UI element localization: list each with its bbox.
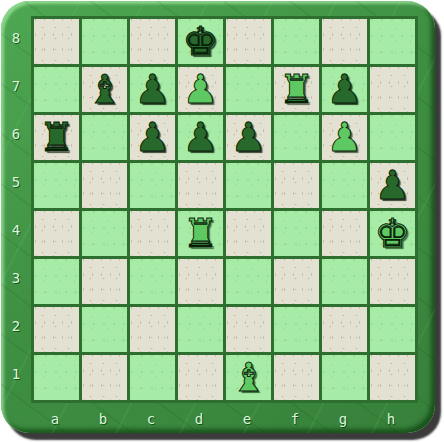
- file-label-g: g: [319, 403, 367, 435]
- square-d1[interactable]: [178, 355, 223, 400]
- square-d7[interactable]: ♟: [178, 67, 223, 112]
- board-frame: ♚♝♟♟♜♟♜♟♟♟♟♟♜♚♝ 87654321 abcdefgh: [1, 1, 435, 433]
- square-d5[interactable]: [178, 163, 223, 208]
- rank-label-3: 3: [1, 255, 31, 303]
- piece-black-pawn[interactable]: ♟: [135, 115, 171, 160]
- square-a5[interactable]: [34, 163, 79, 208]
- square-h3[interactable]: [370, 259, 415, 304]
- square-g2[interactable]: [322, 307, 367, 352]
- square-c5[interactable]: [130, 163, 175, 208]
- square-f3[interactable]: [274, 259, 319, 304]
- square-b5[interactable]: [82, 163, 127, 208]
- piece-black-rook[interactable]: ♜: [39, 115, 75, 160]
- square-e7[interactable]: [226, 67, 271, 112]
- rank-label-6: 6: [1, 111, 31, 159]
- rank-label-5: 5: [1, 159, 31, 207]
- square-f1[interactable]: [274, 355, 319, 400]
- piece-white-rook[interactable]: ♜: [279, 67, 315, 112]
- piece-black-bishop[interactable]: ♝: [87, 67, 123, 112]
- square-g4[interactable]: [322, 211, 367, 256]
- square-a4[interactable]: [34, 211, 79, 256]
- square-e5[interactable]: [226, 163, 271, 208]
- square-g5[interactable]: [322, 163, 367, 208]
- piece-black-pawn[interactable]: ♟: [183, 115, 219, 160]
- square-f7[interactable]: ♜: [274, 67, 319, 112]
- square-g7[interactable]: ♟: [322, 67, 367, 112]
- square-h1[interactable]: [370, 355, 415, 400]
- file-label-b: b: [79, 403, 127, 435]
- file-label-e: e: [223, 403, 271, 435]
- square-c4[interactable]: [130, 211, 175, 256]
- square-b3[interactable]: [82, 259, 127, 304]
- square-f2[interactable]: [274, 307, 319, 352]
- square-e2[interactable]: [226, 307, 271, 352]
- piece-white-pawn[interactable]: ♟: [183, 67, 219, 112]
- square-a1[interactable]: [34, 355, 79, 400]
- square-f8[interactable]: [274, 19, 319, 64]
- square-c6[interactable]: ♟: [130, 115, 175, 160]
- square-f4[interactable]: [274, 211, 319, 256]
- square-b6[interactable]: [82, 115, 127, 160]
- rank-label-4: 4: [1, 207, 31, 255]
- square-h8[interactable]: [370, 19, 415, 64]
- piece-black-pawn[interactable]: ♟: [135, 67, 171, 112]
- file-label-a: a: [31, 403, 79, 435]
- piece-black-king[interactable]: ♚: [183, 19, 219, 64]
- square-c1[interactable]: [130, 355, 175, 400]
- square-e3[interactable]: [226, 259, 271, 304]
- rank-label-1: 1: [1, 351, 31, 399]
- square-f6[interactable]: [274, 115, 319, 160]
- square-g3[interactable]: [322, 259, 367, 304]
- square-h2[interactable]: [370, 307, 415, 352]
- piece-black-pawn[interactable]: ♟: [231, 115, 267, 160]
- square-b2[interactable]: [82, 307, 127, 352]
- square-h5[interactable]: ♟: [370, 163, 415, 208]
- file-label-h: h: [367, 403, 415, 435]
- square-e4[interactable]: [226, 211, 271, 256]
- rank-label-7: 7: [1, 63, 31, 111]
- square-b1[interactable]: [82, 355, 127, 400]
- square-b8[interactable]: [82, 19, 127, 64]
- square-a7[interactable]: [34, 67, 79, 112]
- square-a6[interactable]: ♜: [34, 115, 79, 160]
- square-g8[interactable]: [322, 19, 367, 64]
- chess-app-window: ♚♝♟♟♜♟♜♟♟♟♟♟♜♚♝ 87654321 abcdefgh: [0, 0, 444, 442]
- rank-label-8: 8: [1, 15, 31, 63]
- square-f5[interactable]: [274, 163, 319, 208]
- piece-black-pawn[interactable]: ♟: [375, 163, 411, 208]
- piece-white-pawn[interactable]: ♟: [327, 115, 363, 160]
- square-c3[interactable]: [130, 259, 175, 304]
- square-a2[interactable]: [34, 307, 79, 352]
- square-g6[interactable]: ♟: [322, 115, 367, 160]
- square-b7[interactable]: ♝: [82, 67, 127, 112]
- square-c7[interactable]: ♟: [130, 67, 175, 112]
- square-e6[interactable]: ♟: [226, 115, 271, 160]
- square-e1[interactable]: ♝: [226, 355, 271, 400]
- piece-white-bishop[interactable]: ♝: [231, 355, 267, 400]
- square-c8[interactable]: [130, 19, 175, 64]
- file-label-c: c: [127, 403, 175, 435]
- square-a8[interactable]: [34, 19, 79, 64]
- square-e8[interactable]: [226, 19, 271, 64]
- square-d3[interactable]: [178, 259, 223, 304]
- rank-label-2: 2: [1, 303, 31, 351]
- square-g1[interactable]: [322, 355, 367, 400]
- square-d8[interactable]: ♚: [178, 19, 223, 64]
- piece-white-king[interactable]: ♚: [375, 211, 411, 256]
- square-h4[interactable]: ♚: [370, 211, 415, 256]
- chess-board: ♚♝♟♟♜♟♜♟♟♟♟♟♜♚♝: [31, 16, 418, 403]
- file-label-d: d: [175, 403, 223, 435]
- piece-black-pawn[interactable]: ♟: [327, 67, 363, 112]
- square-a3[interactable]: [34, 259, 79, 304]
- square-d6[interactable]: ♟: [178, 115, 223, 160]
- piece-white-rook[interactable]: ♜: [183, 211, 219, 256]
- square-h7[interactable]: [370, 67, 415, 112]
- square-c2[interactable]: [130, 307, 175, 352]
- file-label-f: f: [271, 403, 319, 435]
- square-d2[interactable]: [178, 307, 223, 352]
- square-d4[interactable]: ♜: [178, 211, 223, 256]
- square-b4[interactable]: [82, 211, 127, 256]
- square-h6[interactable]: [370, 115, 415, 160]
